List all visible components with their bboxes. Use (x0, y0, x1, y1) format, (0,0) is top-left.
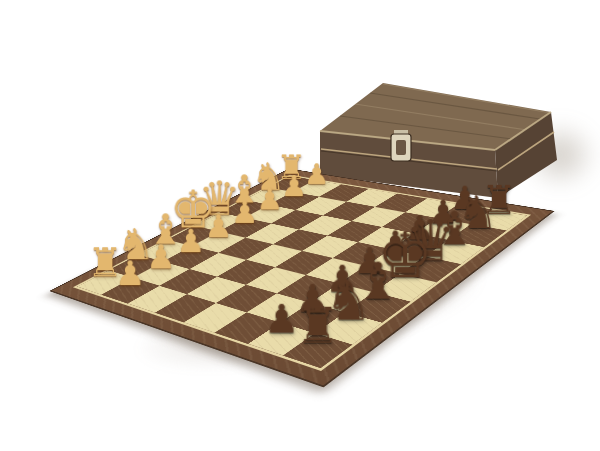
scene: ♜♟♟♜♞♟♟♞♝♟♟♝♛♟♟♛♚♟♟♚♝♟♟♝♞♟♟♞♜♟♟♜ (0, 0, 600, 451)
box-clasp (391, 130, 411, 161)
piece-white-pawn[interactable]: ♟ (94, 256, 166, 290)
piece-black-rook[interactable]: ♜ (274, 301, 361, 350)
